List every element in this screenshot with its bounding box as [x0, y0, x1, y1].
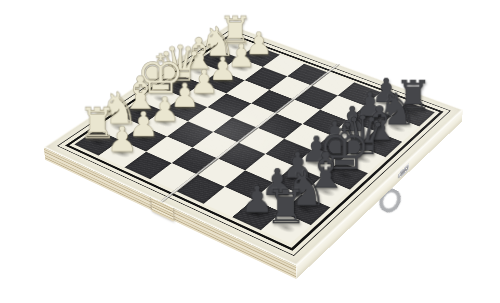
product-photo-scene: ♜♟♟♜♞♟♟♞♝♟♟♝♛♟♟♛♚♟♟♚♝♟♟♝♞♟♟♞♜♟♟♜: [0, 0, 500, 303]
piece-shadow: [371, 97, 400, 112]
piece-shadow: [150, 116, 179, 131]
piece-shadow: [300, 155, 331, 172]
board-top-surface: ♜♟♟♜♞♟♟♞♝♟♟♝♛♟♟♛♚♟♟♚♝♟♟♝♞♟♟♞♜♟♟♜: [44, 24, 463, 266]
piece-shadow: [319, 140, 350, 156]
chess-board-grid: ♜♟♟♜♞♟♟♞♝♟♟♝♛♟♟♛♚♟♟♚♝♟♟♝♞♟♟♞♜♟♟♜: [74, 37, 435, 244]
piece-shadow: [240, 205, 273, 224]
piece-shadow: [281, 171, 313, 188]
piece-shadow: [261, 188, 293, 206]
piece-shadow: [354, 110, 384, 125]
piece-shadow: [398, 107, 428, 122]
piece-shadow: [382, 121, 412, 137]
chess-board: ♜♟♟♜♞♟♟♞♝♟♟♝♛♟♟♛♚♟♟♚♝♟♟♝♞♟♟♞♜♟♟♜: [44, 24, 463, 266]
piece-shadow: [337, 125, 367, 141]
piece-shadow: [129, 130, 159, 146]
piece-shadow: [347, 151, 378, 168]
clasp-ring-icon: [376, 185, 405, 215]
piece-shadow: [228, 62, 256, 75]
